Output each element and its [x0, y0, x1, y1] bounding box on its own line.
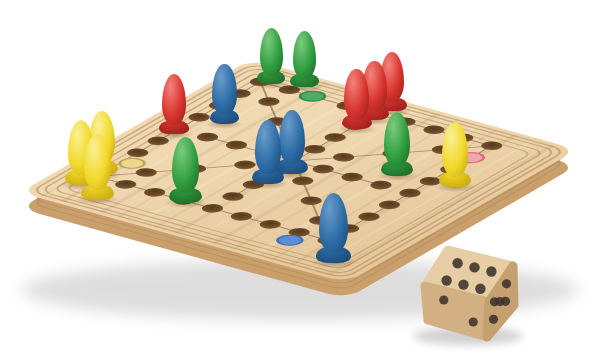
pawn-yellow-4[interactable] — [439, 122, 471, 187]
pawn-green-1[interactable] — [257, 28, 285, 84]
die[interactable] — [425, 250, 514, 337]
scene — [0, 0, 600, 363]
pawn-egg — [84, 134, 111, 190]
pawn-egg — [172, 137, 199, 193]
die-pip — [469, 262, 479, 272]
die-pip — [469, 317, 478, 326]
die-pip — [458, 279, 468, 289]
pawn-egg — [442, 122, 468, 177]
die-pip — [475, 284, 485, 294]
die-pip — [489, 315, 498, 324]
pawn-green-3[interactable] — [169, 137, 202, 203]
die-pip — [501, 297, 510, 306]
pawn-green-4[interactable] — [381, 112, 413, 176]
pawn-blue-3[interactable] — [252, 120, 284, 184]
pawn-red-4[interactable] — [159, 74, 189, 134]
pawn-egg — [293, 31, 316, 79]
pawn-egg — [212, 64, 236, 115]
pawn-egg — [255, 120, 281, 175]
die-pip — [486, 266, 496, 276]
pawn-egg — [260, 28, 283, 76]
die-pip — [502, 279, 511, 288]
pawn-red-3[interactable] — [342, 69, 372, 129]
pawn-egg — [344, 69, 369, 120]
pawn-yellow-3[interactable] — [81, 134, 114, 200]
pawn-egg — [384, 112, 410, 166]
die-pip — [441, 275, 451, 285]
pawn-green-2[interactable] — [290, 31, 318, 88]
pawn-blue-1[interactable] — [210, 64, 240, 124]
die-pip — [452, 258, 462, 268]
pawn-blue-4[interactable] — [316, 193, 351, 264]
pawn-egg — [319, 193, 348, 253]
pawn-egg — [162, 74, 187, 125]
die-pip — [439, 295, 448, 304]
